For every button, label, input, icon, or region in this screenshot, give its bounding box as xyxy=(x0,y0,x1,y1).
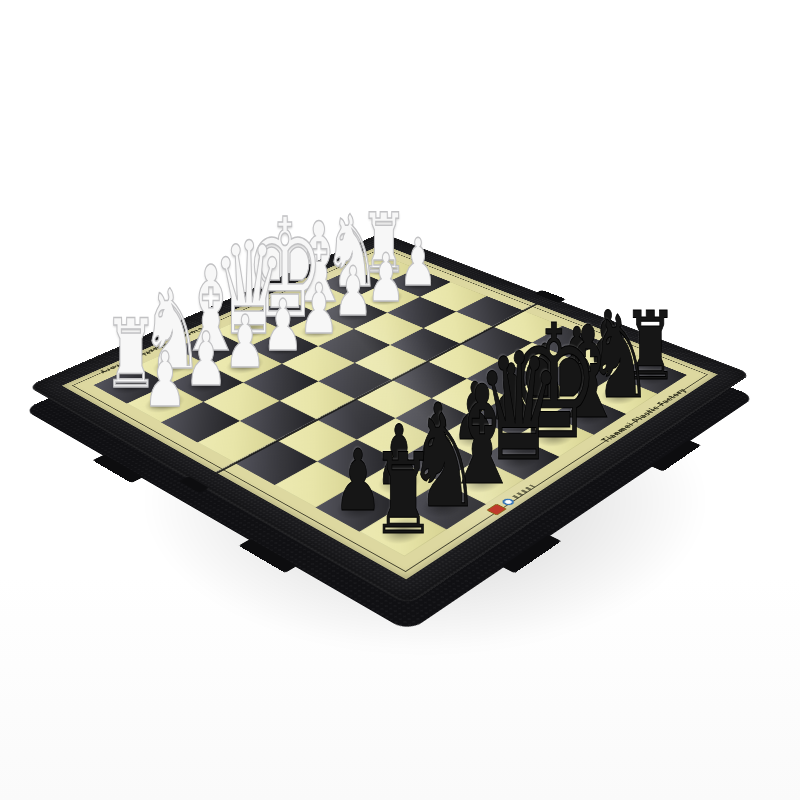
piece-white-pawn-f2[interactable]: ♟ xyxy=(333,259,372,327)
piece-white-pawn-c2[interactable]: ♟ xyxy=(224,306,266,379)
piece-white-pawn-b2[interactable]: ♟ xyxy=(184,323,227,397)
piece-white-pawn-d2[interactable]: ♟ xyxy=(262,290,303,361)
piece-white-pawn-e2[interactable]: ♟ xyxy=(299,274,339,344)
piece-white-pawn-a2[interactable]: ♟ xyxy=(143,341,187,417)
piece-black-rook-a8[interactable]: ♜ xyxy=(371,438,435,550)
chess-set-photo: Tianmei Plastic Factory Tianmei Plastic … xyxy=(0,0,800,800)
piece-white-pawn-g2[interactable]: ♟ xyxy=(367,244,405,311)
